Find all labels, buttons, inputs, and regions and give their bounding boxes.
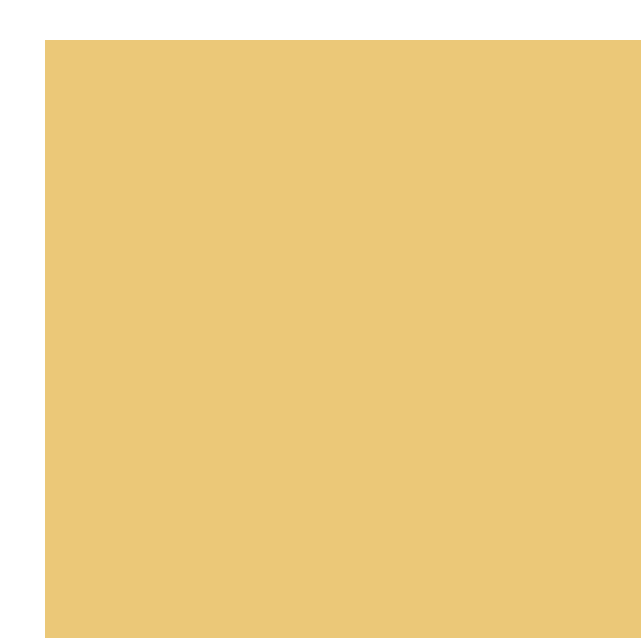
go-diagram: [0, 0, 641, 638]
stones-grid: [59, 57, 624, 622]
column-labels: [59, 0, 624, 36]
go-board: [45, 40, 641, 638]
row-labels: [0, 57, 45, 622]
